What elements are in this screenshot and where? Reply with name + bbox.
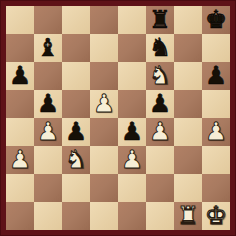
piece-white-pawn: ♟ bbox=[9, 146, 31, 174]
square-d6[interactable] bbox=[90, 62, 118, 90]
square-e4[interactable]: ♟ bbox=[118, 118, 146, 146]
square-g5[interactable] bbox=[174, 90, 202, 118]
chess-board: ♜♚♝♞♟♞♟♟♟♟♟♟♟♟♟♟♞♟♜♚ bbox=[6, 6, 230, 230]
square-a8[interactable] bbox=[6, 6, 34, 34]
piece-black-pawn: ♟ bbox=[65, 118, 87, 146]
piece-black-pawn: ♟ bbox=[205, 62, 227, 90]
square-g1[interactable]: ♜ bbox=[174, 202, 202, 230]
square-c8[interactable] bbox=[62, 6, 90, 34]
square-f2[interactable] bbox=[146, 174, 174, 202]
square-e5[interactable] bbox=[118, 90, 146, 118]
piece-black-knight: ♞ bbox=[149, 34, 171, 62]
square-a5[interactable] bbox=[6, 90, 34, 118]
square-g8[interactable] bbox=[174, 6, 202, 34]
square-e8[interactable] bbox=[118, 6, 146, 34]
square-d7[interactable] bbox=[90, 34, 118, 62]
square-f1[interactable] bbox=[146, 202, 174, 230]
square-b5[interactable]: ♟ bbox=[34, 90, 62, 118]
square-d4[interactable] bbox=[90, 118, 118, 146]
square-g3[interactable] bbox=[174, 146, 202, 174]
square-d2[interactable] bbox=[90, 174, 118, 202]
square-b4[interactable]: ♟ bbox=[34, 118, 62, 146]
square-g7[interactable] bbox=[174, 34, 202, 62]
square-c7[interactable] bbox=[62, 34, 90, 62]
piece-black-bishop: ♝ bbox=[37, 34, 59, 62]
piece-black-pawn: ♟ bbox=[37, 90, 59, 118]
square-d5[interactable]: ♟ bbox=[90, 90, 118, 118]
square-a2[interactable] bbox=[6, 174, 34, 202]
square-e1[interactable] bbox=[118, 202, 146, 230]
square-a3[interactable]: ♟ bbox=[6, 146, 34, 174]
square-h4[interactable]: ♟ bbox=[202, 118, 230, 146]
square-e2[interactable] bbox=[118, 174, 146, 202]
piece-white-pawn: ♟ bbox=[121, 146, 143, 174]
square-c6[interactable] bbox=[62, 62, 90, 90]
piece-white-knight: ♞ bbox=[65, 146, 87, 174]
square-h2[interactable] bbox=[202, 174, 230, 202]
square-f7[interactable]: ♞ bbox=[146, 34, 174, 62]
square-f6[interactable]: ♞ bbox=[146, 62, 174, 90]
square-h6[interactable]: ♟ bbox=[202, 62, 230, 90]
square-h1[interactable]: ♚ bbox=[202, 202, 230, 230]
square-f4[interactable]: ♟ bbox=[146, 118, 174, 146]
piece-white-pawn: ♟ bbox=[149, 118, 171, 146]
square-g2[interactable] bbox=[174, 174, 202, 202]
square-a4[interactable] bbox=[6, 118, 34, 146]
piece-white-king: ♚ bbox=[205, 202, 227, 230]
piece-white-knight: ♞ bbox=[149, 62, 171, 90]
square-a6[interactable]: ♟ bbox=[6, 62, 34, 90]
square-f5[interactable]: ♟ bbox=[146, 90, 174, 118]
square-b8[interactable] bbox=[34, 6, 62, 34]
square-h7[interactable] bbox=[202, 34, 230, 62]
square-b1[interactable] bbox=[34, 202, 62, 230]
square-f8[interactable]: ♜ bbox=[146, 6, 174, 34]
square-a7[interactable] bbox=[6, 34, 34, 62]
square-b7[interactable]: ♝ bbox=[34, 34, 62, 62]
square-c4[interactable]: ♟ bbox=[62, 118, 90, 146]
piece-black-pawn: ♟ bbox=[121, 118, 143, 146]
piece-white-pawn: ♟ bbox=[205, 118, 227, 146]
square-d3[interactable] bbox=[90, 146, 118, 174]
board-frame: ♜♚♝♞♟♞♟♟♟♟♟♟♟♟♟♟♞♟♜♚ bbox=[0, 0, 236, 236]
square-c3[interactable]: ♞ bbox=[62, 146, 90, 174]
square-a1[interactable] bbox=[6, 202, 34, 230]
square-h5[interactable] bbox=[202, 90, 230, 118]
square-b2[interactable] bbox=[34, 174, 62, 202]
square-b6[interactable] bbox=[34, 62, 62, 90]
piece-black-pawn: ♟ bbox=[149, 90, 171, 118]
square-d8[interactable] bbox=[90, 6, 118, 34]
square-c5[interactable] bbox=[62, 90, 90, 118]
piece-white-pawn: ♟ bbox=[93, 90, 115, 118]
square-f3[interactable] bbox=[146, 146, 174, 174]
square-e6[interactable] bbox=[118, 62, 146, 90]
piece-white-pawn: ♟ bbox=[37, 118, 59, 146]
square-h8[interactable]: ♚ bbox=[202, 6, 230, 34]
square-c2[interactable] bbox=[62, 174, 90, 202]
square-c1[interactable] bbox=[62, 202, 90, 230]
piece-white-rook: ♜ bbox=[177, 202, 199, 230]
square-d1[interactable] bbox=[90, 202, 118, 230]
square-g4[interactable] bbox=[174, 118, 202, 146]
square-e3[interactable]: ♟ bbox=[118, 146, 146, 174]
square-e7[interactable] bbox=[118, 34, 146, 62]
piece-black-king: ♚ bbox=[205, 6, 227, 34]
square-b3[interactable] bbox=[34, 146, 62, 174]
piece-black-rook: ♜ bbox=[149, 6, 171, 34]
square-h3[interactable] bbox=[202, 146, 230, 174]
square-g6[interactable] bbox=[174, 62, 202, 90]
piece-black-pawn: ♟ bbox=[9, 62, 31, 90]
